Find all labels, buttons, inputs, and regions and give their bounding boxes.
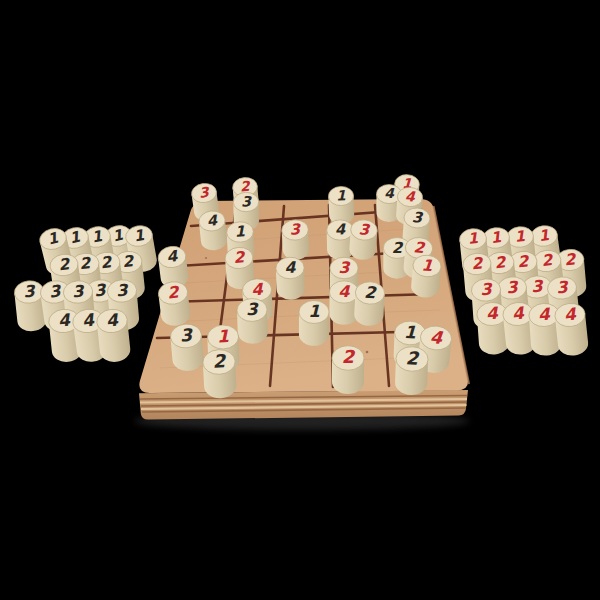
wood-knot (366, 351, 369, 354)
board-peg-4-black[interactable]: 4 (198, 210, 228, 252)
peg-number: 4 (335, 220, 346, 237)
peg-number: 4 (251, 280, 264, 300)
board-peg-2-black[interactable]: 2 (395, 346, 429, 395)
product-photo-stage: 11111222233333444 11112222233334444 1234… (0, 0, 600, 600)
board-peg-1-black[interactable]: 1 (299, 301, 329, 346)
peg-number: 2 (405, 347, 420, 368)
peg-number: 3 (339, 258, 351, 277)
scene-svg: 11111222233333444 11112222233334444 1234… (0, 0, 600, 600)
board-peg-3-red[interactable]: 3 (349, 219, 378, 261)
peg-number: 4 (384, 185, 395, 201)
peg-number: 4 (284, 258, 297, 277)
peg-number: 1 (467, 229, 479, 248)
board-peg-3-black[interactable]: 3 (237, 298, 269, 344)
wood-knot (205, 257, 207, 259)
left-tray-peg-4-black[interactable]: 4 (96, 308, 132, 364)
peg-number: 3 (246, 299, 260, 319)
peg-number: 4 (338, 282, 350, 301)
peg-number: 1 (308, 301, 320, 321)
peg-number: 1 (514, 227, 526, 246)
peg-number: 3 (241, 193, 252, 209)
peg-number: 1 (404, 322, 417, 342)
peg-number: 1 (234, 222, 245, 240)
board-peg-3-black[interactable]: 3 (169, 323, 204, 372)
right-tray-peg-4-red[interactable]: 4 (554, 302, 590, 357)
peg-number: 2 (392, 239, 404, 257)
board-peg-4-black[interactable]: 4 (327, 220, 354, 260)
peg-number: 2 (342, 346, 356, 367)
board-peg-4-black[interactable]: 4 (276, 257, 306, 300)
board-peg-4-red[interactable]: 4 (329, 281, 358, 325)
peg-number: 1 (336, 187, 347, 203)
board-peg-1-black[interactable]: 1 (328, 186, 354, 225)
board-peg-2-black[interactable]: 2 (202, 349, 237, 399)
board-peg-2-black[interactable]: 2 (354, 281, 386, 327)
board-peg-3-red[interactable]: 3 (281, 219, 310, 260)
board-peg-2-red[interactable]: 2 (332, 346, 364, 394)
peg-number: 1 (217, 326, 230, 346)
board-peg-1-red[interactable]: 1 (410, 254, 442, 299)
peg-number: 1 (421, 256, 434, 275)
